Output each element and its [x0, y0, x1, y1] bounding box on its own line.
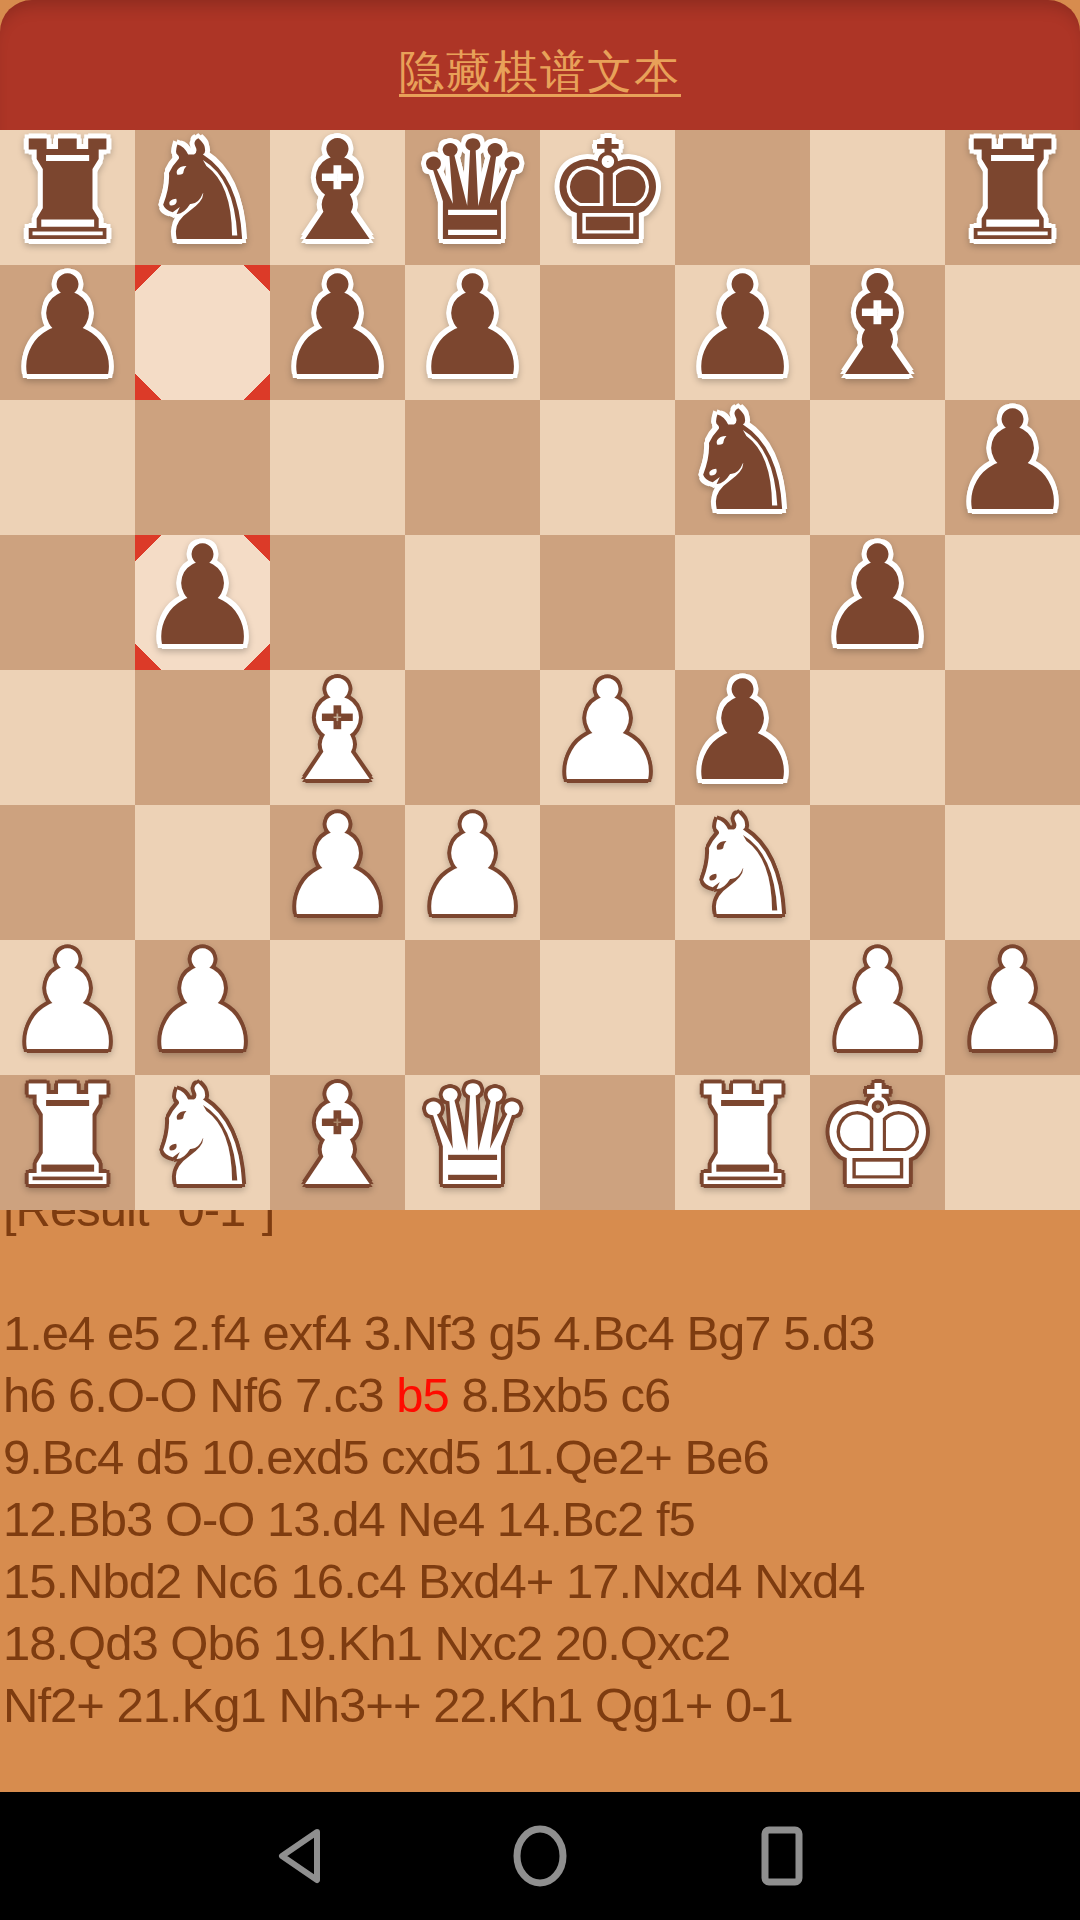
square-g1[interactable]: ♚ [810, 1075, 945, 1210]
square-b7[interactable] [135, 265, 270, 400]
square-a8[interactable]: ♜ [0, 130, 135, 265]
square-c7[interactable]: ♟ [270, 265, 405, 400]
black-pawn: ♟ [816, 529, 940, 664]
black-pawn: ♟ [681, 259, 805, 394]
pgn-line: 12.Bb3 O-O 13.d4 Ne4 14.Bc2 f5 [3, 1488, 1080, 1550]
square-g4[interactable] [810, 670, 945, 805]
white-knight: ♞ [681, 799, 805, 934]
black-bishop: ♝ [276, 124, 400, 259]
black-pawn: ♟ [681, 664, 805, 799]
square-g3[interactable] [810, 805, 945, 940]
pgn-line: 9.Bc4 d5 10.exd5 cxd5 11.Qe2+ Be6 [3, 1426, 1080, 1488]
black-bishop: ♝ [816, 259, 940, 394]
pgn-line: 15.Nbd2 Nc6 16.c4 Bxd4+ 17.Nxd4 Nxd4 [3, 1550, 1080, 1612]
square-d5[interactable] [405, 535, 540, 670]
square-h4[interactable] [945, 670, 1080, 805]
square-e4[interactable]: ♟ [540, 670, 675, 805]
square-g2[interactable]: ♟ [810, 940, 945, 1075]
square-g5[interactable]: ♟ [810, 535, 945, 670]
square-g8[interactable] [810, 130, 945, 265]
black-pawn: ♟ [411, 259, 535, 394]
white-bishop: ♝ [276, 1069, 400, 1204]
android-navbar [0, 1792, 1080, 1920]
square-f4[interactable]: ♟ [675, 670, 810, 805]
pgn-line: 18.Qd3 Qb6 19.Kh1 Nxc2 20.Qxc2 [3, 1612, 1080, 1674]
square-a2[interactable]: ♟ [0, 940, 135, 1075]
square-d4[interactable] [405, 670, 540, 805]
square-c1[interactable]: ♝ [270, 1075, 405, 1210]
pgn-line: 1.e4 e5 2.f4 exf4 3.Nf3 g5 4.Bc4 Bg7 5.d… [3, 1302, 1080, 1364]
square-h6[interactable]: ♟ [945, 400, 1080, 535]
square-b2[interactable]: ♟ [135, 940, 270, 1075]
square-g7[interactable]: ♝ [810, 265, 945, 400]
white-rook: ♜ [6, 1069, 130, 1204]
black-knight: ♞ [681, 394, 805, 529]
black-queen: ♛ [411, 124, 535, 259]
white-pawn: ♟ [411, 799, 535, 934]
home-button[interactable] [510, 1825, 570, 1887]
square-b3[interactable] [135, 805, 270, 940]
back-icon [272, 1825, 324, 1887]
square-b8[interactable]: ♞ [135, 130, 270, 265]
titlebar: 隐藏棋谱文本 [0, 0, 1080, 130]
square-f1[interactable]: ♜ [675, 1075, 810, 1210]
square-c3[interactable]: ♟ [270, 805, 405, 940]
black-pawn: ♟ [951, 394, 1075, 529]
white-pawn: ♟ [6, 934, 130, 1069]
square-c4[interactable]: ♝ [270, 670, 405, 805]
square-d2[interactable] [405, 940, 540, 1075]
square-e3[interactable] [540, 805, 675, 940]
pgn-line: h6 6.O-O Nf6 7.c3 b5 8.Bxb5 c6 [3, 1364, 1080, 1426]
black-pawn: ♟ [6, 259, 130, 394]
square-e1[interactable] [540, 1075, 675, 1210]
recents-button[interactable] [752, 1825, 812, 1887]
square-f3[interactable]: ♞ [675, 805, 810, 940]
white-bishop: ♝ [276, 664, 400, 799]
square-e7[interactable] [540, 265, 675, 400]
white-pawn: ♟ [951, 934, 1075, 1069]
white-queen: ♛ [411, 1069, 535, 1204]
square-c2[interactable] [270, 940, 405, 1075]
black-king: ♚ [546, 124, 670, 259]
square-e2[interactable] [540, 940, 675, 1075]
black-pawn: ♟ [141, 529, 265, 664]
black-pawn: ♟ [276, 259, 400, 394]
home-icon [510, 1825, 570, 1887]
square-h1[interactable] [945, 1075, 1080, 1210]
black-rook: ♜ [6, 124, 130, 259]
square-b4[interactable] [135, 670, 270, 805]
square-e5[interactable] [540, 535, 675, 670]
pgn-text: [Result "0-1"] 1.e4 e5 2.f4 exf4 3.Nf3 g… [0, 1178, 1080, 1736]
square-d1[interactable]: ♛ [405, 1075, 540, 1210]
hide-pgn-text-button[interactable]: 隐藏棋谱文本 [399, 42, 681, 102]
square-g6[interactable] [810, 400, 945, 535]
square-a1[interactable]: ♜ [0, 1075, 135, 1210]
square-b6[interactable] [135, 400, 270, 535]
square-h7[interactable] [945, 265, 1080, 400]
chess-board: ♜♞♝♛♚♜♟♟♟♟♝♞♟♟♟♝♟♟♟♟♞♟♟♟♟♜♞♝♛♜♚ [0, 130, 1080, 1210]
square-h2[interactable]: ♟ [945, 940, 1080, 1075]
square-e6[interactable] [540, 400, 675, 535]
square-e8[interactable]: ♚ [540, 130, 675, 265]
square-a4[interactable] [0, 670, 135, 805]
square-d8[interactable]: ♛ [405, 130, 540, 265]
white-rook: ♜ [681, 1069, 805, 1204]
square-d6[interactable] [405, 400, 540, 535]
white-king: ♚ [816, 1069, 940, 1204]
square-a7[interactable]: ♟ [0, 265, 135, 400]
square-a6[interactable] [0, 400, 135, 535]
white-pawn: ♟ [546, 664, 670, 799]
pgn-line [3, 1240, 1080, 1302]
white-knight: ♞ [141, 1069, 265, 1204]
black-knight: ♞ [141, 124, 265, 259]
square-f2[interactable] [675, 940, 810, 1075]
back-button[interactable] [268, 1825, 328, 1887]
white-pawn: ♟ [141, 934, 265, 1069]
square-b1[interactable]: ♞ [135, 1075, 270, 1210]
highlighted-move: b5 [396, 1368, 449, 1422]
square-f7[interactable]: ♟ [675, 265, 810, 400]
square-f6[interactable]: ♞ [675, 400, 810, 535]
square-h5[interactable] [945, 535, 1080, 670]
square-c8[interactable]: ♝ [270, 130, 405, 265]
square-d3[interactable]: ♟ [405, 805, 540, 940]
white-pawn: ♟ [276, 799, 400, 934]
square-a3[interactable] [0, 805, 135, 940]
square-c6[interactable] [270, 400, 405, 535]
square-d7[interactable]: ♟ [405, 265, 540, 400]
square-h3[interactable] [945, 805, 1080, 940]
square-b5[interactable]: ♟ [135, 535, 270, 670]
black-rook: ♜ [951, 124, 1075, 259]
pgn-line: Nf2+ 21.Kg1 Nh3++ 22.Kh1 Qg1+ 0-1 [3, 1674, 1080, 1736]
square-c5[interactable] [270, 535, 405, 670]
white-pawn: ♟ [816, 934, 940, 1069]
recents-icon [752, 1825, 812, 1887]
square-h8[interactable]: ♜ [945, 130, 1080, 265]
square-a5[interactable] [0, 535, 135, 670]
square-f8[interactable] [675, 130, 810, 265]
square-f5[interactable] [675, 535, 810, 670]
